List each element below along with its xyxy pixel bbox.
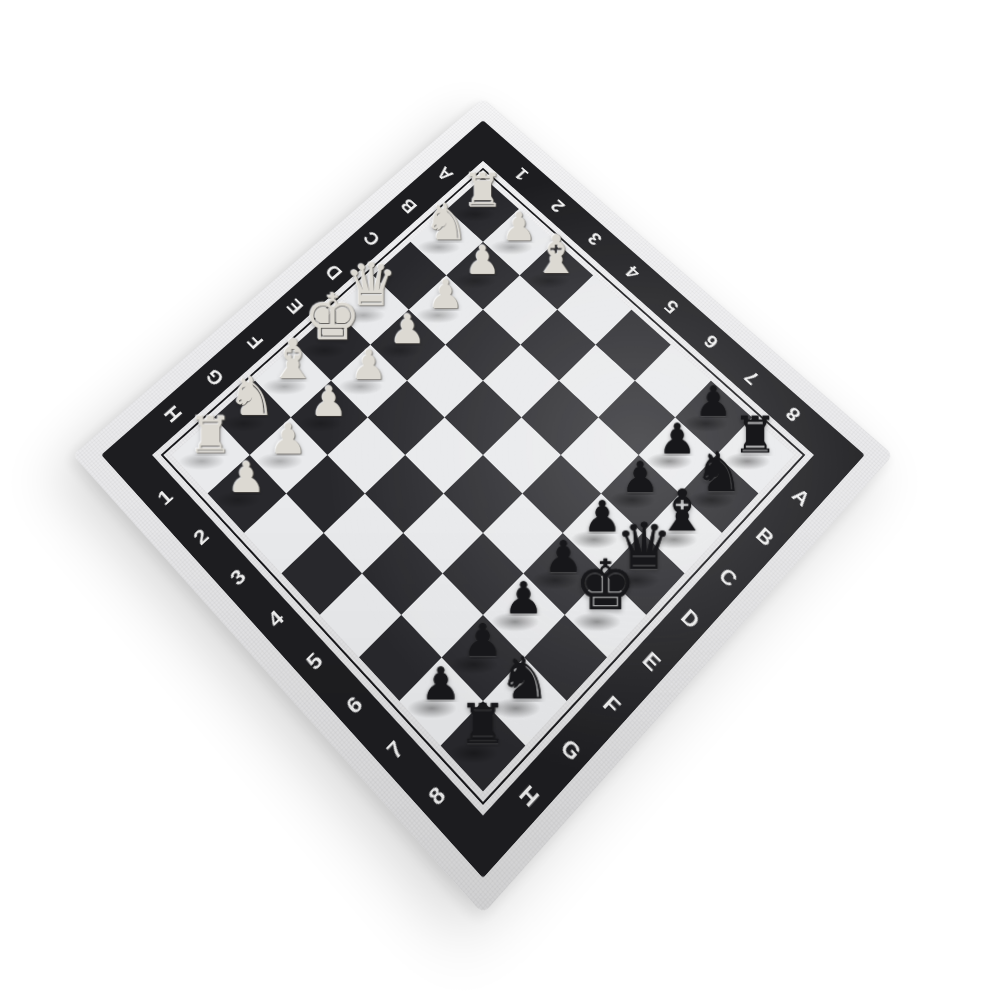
chess-piece-white-pawn: ♟ [210, 408, 283, 497]
chess-piece-black-king: ♚ [567, 527, 643, 619]
piece-shadow [416, 307, 460, 323]
piece-shadow [338, 378, 384, 395]
black-rook-glyph: ♜ [458, 698, 507, 750]
piece-shadow [453, 272, 497, 288]
piece-shadow [527, 272, 571, 288]
piece-shadow [302, 342, 347, 358]
piece-shadow [454, 206, 497, 221]
piece-shadow [417, 239, 460, 254]
board-scene: 12345678 12345678 ABCDEFGH ABCDEFGH ♜♞♟♟… [193, 165, 773, 745]
black-king-glyph: ♚ [574, 553, 636, 619]
board-mat: 12345678 12345678 ABCDEFGH ABCDEFGH ♜♞♟♟… [73, 98, 893, 914]
chess-piece-black-rook: ♜ [443, 654, 522, 750]
piece-shadow [490, 239, 533, 254]
white-pawn-glyph: ♟ [227, 457, 265, 497]
piece-shadow [341, 307, 386, 323]
piece-shadow [377, 342, 422, 358]
